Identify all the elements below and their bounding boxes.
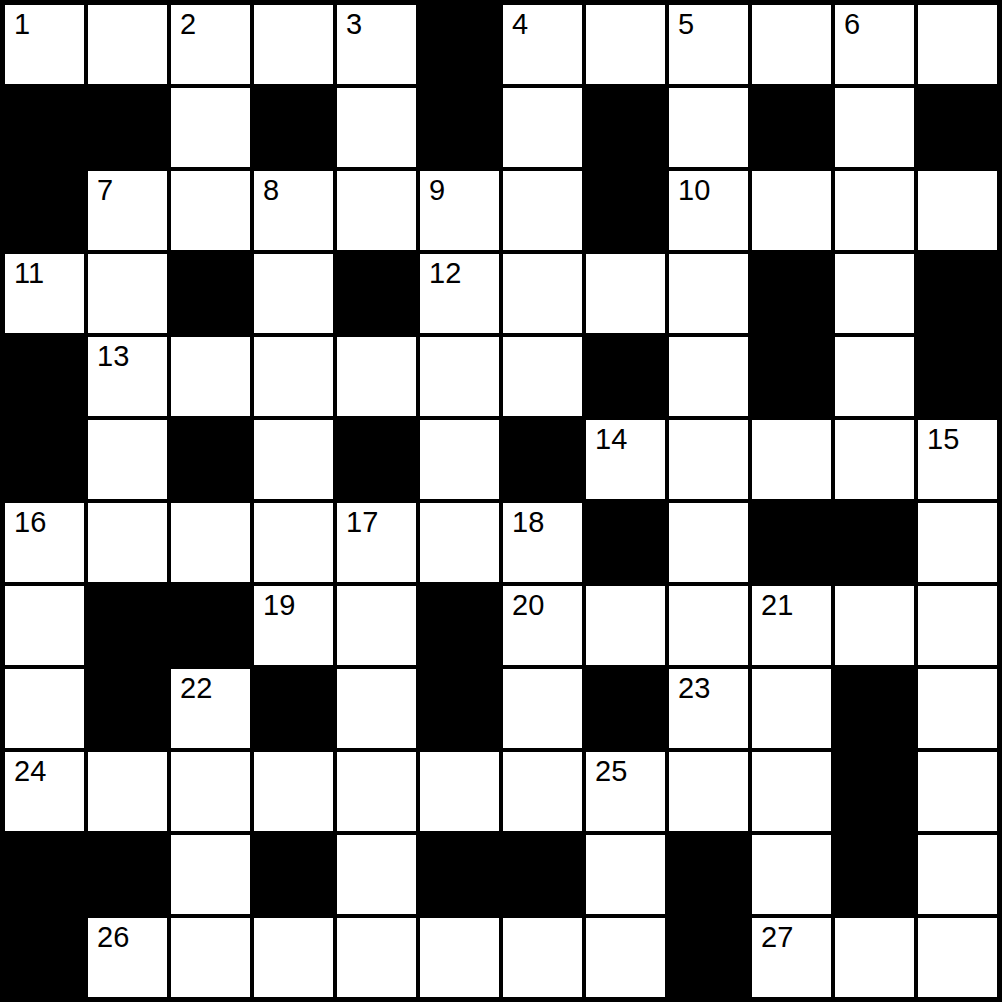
grid-cell-r6c5[interactable] xyxy=(420,503,499,582)
clue-number-16: 16 xyxy=(14,508,46,537)
clue-number-18: 18 xyxy=(512,508,544,537)
grid-cell-r10c4[interactable] xyxy=(337,835,416,914)
clue-number-19: 19 xyxy=(263,591,295,620)
black-cell-r8c3 xyxy=(254,669,333,748)
grid-cell-r3c1[interactable] xyxy=(88,254,167,333)
grid-cell-r3c3[interactable] xyxy=(254,254,333,333)
grid-cell-r7c11[interactable] xyxy=(918,586,997,665)
grid-cell-r9c0[interactable]: 24 xyxy=(5,752,84,831)
grid-cell-r3c5[interactable]: 12 xyxy=(420,254,499,333)
clue-number-25: 25 xyxy=(595,757,627,786)
clue-number-13: 13 xyxy=(97,342,129,371)
grid-cell-r9c5[interactable] xyxy=(420,752,499,831)
grid-cell-r5c10[interactable] xyxy=(835,420,914,499)
grid-cell-r5c8[interactable] xyxy=(669,420,748,499)
clue-number-5: 5 xyxy=(678,10,694,39)
black-cell-r7c1 xyxy=(88,586,167,665)
grid-cell-r6c0[interactable]: 16 xyxy=(5,503,84,582)
grid-cell-r6c2[interactable] xyxy=(171,503,250,582)
grid-cell-r2c9[interactable] xyxy=(752,171,831,250)
grid-cell-r4c10[interactable] xyxy=(835,337,914,416)
clue-number-7: 7 xyxy=(97,176,113,205)
black-cell-r5c6 xyxy=(503,420,582,499)
grid-cell-r8c8[interactable]: 23 xyxy=(669,669,748,748)
black-cell-r4c7 xyxy=(586,337,665,416)
black-cell-r3c2 xyxy=(171,254,250,333)
black-cell-r9c10 xyxy=(835,752,914,831)
grid-cell-r10c11[interactable] xyxy=(918,835,997,914)
grid-cell-r6c11[interactable] xyxy=(918,503,997,582)
black-cell-r1c11 xyxy=(918,88,997,167)
grid-cell-r2c4[interactable] xyxy=(337,171,416,250)
grid-cell-r8c2[interactable]: 22 xyxy=(171,669,250,748)
grid-cell-r11c1[interactable]: 26 xyxy=(88,918,167,997)
grid-cell-r11c5[interactable] xyxy=(420,918,499,997)
grid-cell-r0c9[interactable] xyxy=(752,5,831,84)
black-cell-r10c10 xyxy=(835,835,914,914)
grid-cell-r11c9[interactable]: 27 xyxy=(752,918,831,997)
grid-cell-r6c3[interactable] xyxy=(254,503,333,582)
grid-cell-r5c11[interactable]: 15 xyxy=(918,420,997,499)
clue-number-24: 24 xyxy=(14,757,46,786)
grid-cell-r2c10[interactable] xyxy=(835,171,914,250)
clue-number-8: 8 xyxy=(263,176,279,205)
black-cell-r11c0 xyxy=(5,918,84,997)
grid-cell-r9c7[interactable]: 25 xyxy=(586,752,665,831)
black-cell-r5c2 xyxy=(171,420,250,499)
grid-cell-r5c7[interactable]: 14 xyxy=(586,420,665,499)
grid-cell-r6c4[interactable]: 17 xyxy=(337,503,416,582)
grid-cell-r7c10[interactable] xyxy=(835,586,914,665)
grid-cell-r5c5[interactable] xyxy=(420,420,499,499)
grid-cell-r9c9[interactable] xyxy=(752,752,831,831)
grid-cell-r11c7[interactable] xyxy=(586,918,665,997)
grid-cell-r3c10[interactable] xyxy=(835,254,914,333)
clue-number-14: 14 xyxy=(595,425,627,454)
crossword-board: 1234567891011121314151617181920212223242… xyxy=(0,0,1002,1002)
clue-number-21: 21 xyxy=(761,591,793,620)
grid-cell-r7c4[interactable] xyxy=(337,586,416,665)
grid-cell-r9c8[interactable] xyxy=(669,752,748,831)
grid-cell-r11c11[interactable] xyxy=(918,918,997,997)
black-cell-r3c11 xyxy=(918,254,997,333)
black-cell-r4c9 xyxy=(752,337,831,416)
black-cell-r4c11 xyxy=(918,337,997,416)
black-cell-r8c7 xyxy=(586,669,665,748)
black-cell-r1c7 xyxy=(586,88,665,167)
black-cell-r1c5 xyxy=(420,88,499,167)
grid-cell-r3c8[interactable] xyxy=(669,254,748,333)
grid-cell-r3c6[interactable] xyxy=(503,254,582,333)
black-cell-r4c0 xyxy=(5,337,84,416)
black-cell-r7c2 xyxy=(171,586,250,665)
grid-cell-r8c9[interactable] xyxy=(752,669,831,748)
clue-number-1: 1 xyxy=(14,10,30,39)
grid-cell-r5c9[interactable] xyxy=(752,420,831,499)
clue-number-27: 27 xyxy=(761,923,793,952)
clue-number-10: 10 xyxy=(678,176,710,205)
black-cell-r7c5 xyxy=(420,586,499,665)
grid-cell-r11c2[interactable] xyxy=(171,918,250,997)
black-cell-r0c5 xyxy=(420,5,499,84)
black-cell-r3c4 xyxy=(337,254,416,333)
grid-cell-r1c4[interactable] xyxy=(337,88,416,167)
grid-cell-r4c6[interactable] xyxy=(503,337,582,416)
grid-cell-r1c6[interactable] xyxy=(503,88,582,167)
black-cell-r6c9 xyxy=(752,503,831,582)
clue-number-23: 23 xyxy=(678,674,710,703)
grid-cell-r2c5[interactable]: 9 xyxy=(420,171,499,250)
grid-cell-r1c10[interactable] xyxy=(835,88,914,167)
black-cell-r8c5 xyxy=(420,669,499,748)
grid-cell-r7c7[interactable] xyxy=(586,586,665,665)
grid-cell-r4c1[interactable]: 13 xyxy=(88,337,167,416)
clue-number-11: 11 xyxy=(14,259,44,288)
grid-cell-r2c6[interactable] xyxy=(503,171,582,250)
clue-number-20: 20 xyxy=(512,591,544,620)
grid-cell-r2c2[interactable] xyxy=(171,171,250,250)
black-cell-r8c1 xyxy=(88,669,167,748)
black-cell-r10c1 xyxy=(88,835,167,914)
black-cell-r5c0 xyxy=(5,420,84,499)
black-cell-r6c10 xyxy=(835,503,914,582)
grid-cell-r0c6[interactable]: 4 xyxy=(503,5,582,84)
grid-cell-r10c7[interactable] xyxy=(586,835,665,914)
black-cell-r3c9 xyxy=(752,254,831,333)
grid-cell-r9c1[interactable] xyxy=(88,752,167,831)
grid-cell-r0c7[interactable] xyxy=(586,5,665,84)
grid-cell-r9c2[interactable] xyxy=(171,752,250,831)
clue-number-15: 15 xyxy=(927,425,959,454)
clue-number-12: 12 xyxy=(429,259,461,288)
grid-cell-r0c1[interactable] xyxy=(88,5,167,84)
grid-cell-r4c3[interactable] xyxy=(254,337,333,416)
grid-cell-r10c9[interactable] xyxy=(752,835,831,914)
grid-cell-r8c11[interactable] xyxy=(918,669,997,748)
grid-cell-r11c4[interactable] xyxy=(337,918,416,997)
black-cell-r6c7 xyxy=(586,503,665,582)
grid-cell-r9c3[interactable] xyxy=(254,752,333,831)
grid-cell-r11c3[interactable] xyxy=(254,918,333,997)
black-cell-r1c9 xyxy=(752,88,831,167)
black-cell-r2c7 xyxy=(586,171,665,250)
grid-cell-r8c6[interactable] xyxy=(503,669,582,748)
grid-cell-r3c7[interactable] xyxy=(586,254,665,333)
grid-cell-r10c2[interactable] xyxy=(171,835,250,914)
grid-cell-r7c9[interactable]: 21 xyxy=(752,586,831,665)
grid-cell-r5c3[interactable] xyxy=(254,420,333,499)
grid-cell-r6c1[interactable] xyxy=(88,503,167,582)
black-cell-r10c6 xyxy=(503,835,582,914)
grid-cell-r0c0[interactable]: 1 xyxy=(5,5,84,84)
clue-number-26: 26 xyxy=(97,923,129,952)
grid-cell-r11c10[interactable] xyxy=(835,918,914,997)
grid-cell-r1c8[interactable] xyxy=(669,88,748,167)
grid-cell-r7c0[interactable] xyxy=(5,586,84,665)
black-cell-r8c10 xyxy=(835,669,914,748)
grid-cell-r4c5[interactable] xyxy=(420,337,499,416)
grid-cell-r7c8[interactable] xyxy=(669,586,748,665)
grid-cell-r0c11[interactable] xyxy=(918,5,997,84)
clue-number-2: 2 xyxy=(180,10,196,39)
black-cell-r5c4 xyxy=(337,420,416,499)
clue-number-9: 9 xyxy=(429,176,445,205)
clue-number-22: 22 xyxy=(180,674,212,703)
grid-cell-r9c11[interactable] xyxy=(918,752,997,831)
grid-cell-r2c8[interactable]: 10 xyxy=(669,171,748,250)
grid-cell-r5c1[interactable] xyxy=(88,420,167,499)
grid-cell-r0c3[interactable] xyxy=(254,5,333,84)
grid-cell-r6c8[interactable] xyxy=(669,503,748,582)
grid-cell-r7c3[interactable]: 19 xyxy=(254,586,333,665)
grid-cell-r1c2[interactable] xyxy=(171,88,250,167)
grid-cell-r8c4[interactable] xyxy=(337,669,416,748)
black-cell-r10c8 xyxy=(669,835,748,914)
black-cell-r10c0 xyxy=(5,835,84,914)
grid-cell-r4c4[interactable] xyxy=(337,337,416,416)
grid-cell-r9c4[interactable] xyxy=(337,752,416,831)
black-cell-r1c1 xyxy=(88,88,167,167)
clue-number-6: 6 xyxy=(844,10,860,39)
black-cell-r2c0 xyxy=(5,171,84,250)
grid-cell-r0c10[interactable]: 6 xyxy=(835,5,914,84)
grid-cell-r7c6[interactable]: 20 xyxy=(503,586,582,665)
grid-cell-r0c2[interactable]: 2 xyxy=(171,5,250,84)
grid-cell-r4c8[interactable] xyxy=(669,337,748,416)
grid-cell-r2c3[interactable]: 8 xyxy=(254,171,333,250)
grid-cell-r9c6[interactable] xyxy=(503,752,582,831)
grid-cell-r2c1[interactable]: 7 xyxy=(88,171,167,250)
black-cell-r1c0 xyxy=(5,88,84,167)
clue-number-4: 4 xyxy=(512,10,528,39)
grid-cell-r0c8[interactable]: 5 xyxy=(669,5,748,84)
black-cell-r11c8 xyxy=(669,918,748,997)
grid-cell-r2c11[interactable] xyxy=(918,171,997,250)
black-cell-r10c3 xyxy=(254,835,333,914)
grid-cell-r8c0[interactable] xyxy=(5,669,84,748)
grid-cell-r3c0[interactable]: 11 xyxy=(5,254,84,333)
grid-cell-r4c2[interactable] xyxy=(171,337,250,416)
grid-cell-r11c6[interactable] xyxy=(503,918,582,997)
black-cell-r1c3 xyxy=(254,88,333,167)
clue-number-17: 17 xyxy=(346,508,378,537)
grid-cell-r0c4[interactable]: 3 xyxy=(337,5,416,84)
black-cell-r10c5 xyxy=(420,835,499,914)
grid-cell-r6c6[interactable]: 18 xyxy=(503,503,582,582)
clue-number-3: 3 xyxy=(346,10,362,39)
